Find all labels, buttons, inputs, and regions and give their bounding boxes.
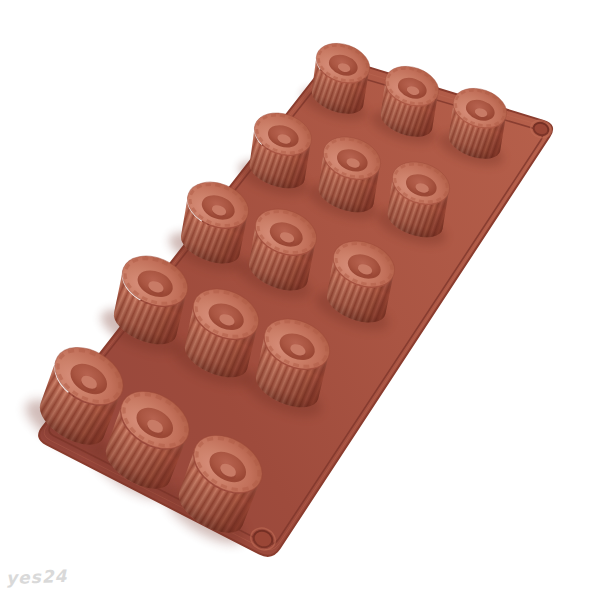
watermark: yes24 bbox=[6, 566, 68, 588]
product-photo: yes24 bbox=[0, 0, 600, 600]
mold-illustration bbox=[0, 0, 600, 600]
